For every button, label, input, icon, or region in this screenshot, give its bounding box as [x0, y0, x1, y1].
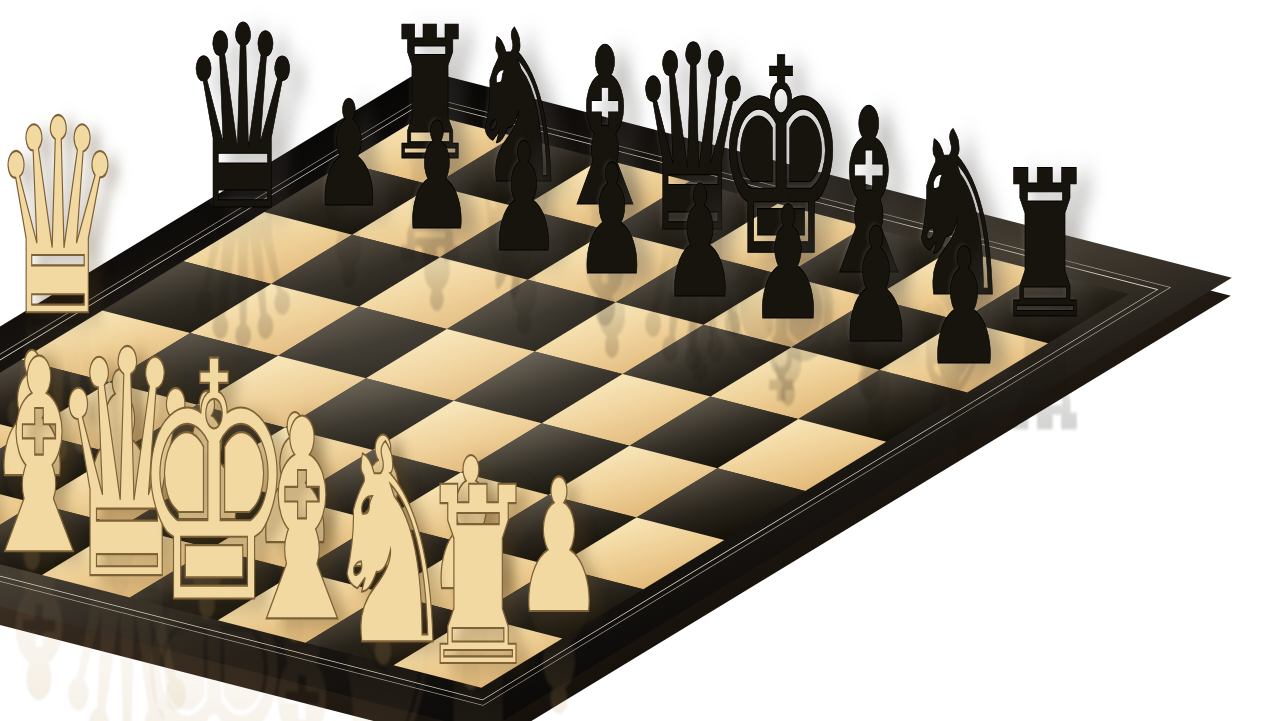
piece-glyph: ♜: [385, 2, 475, 185]
piece-glyph: ♝: [0, 324, 104, 592]
piece-glyph: ♜: [418, 455, 539, 701]
piece-glyph: ♟: [750, 186, 827, 343]
piece-glyph: ♞: [323, 409, 458, 684]
piece-reflection: ♚: [134, 500, 296, 721]
piece-glyph: ♜: [995, 144, 1095, 348]
piece-reflection: ♟: [837, 294, 915, 447]
piece-glyph: ♞: [466, 3, 569, 214]
piece-reflection: ♟: [662, 250, 738, 399]
piece-reflection: ♟: [252, 490, 339, 661]
piece-reflection: ♟: [313, 162, 385, 303]
piece-glyph: ♝: [552, 20, 659, 238]
piece-glyph: ♟: [924, 227, 1003, 388]
piece-reflection: ♞: [466, 118, 569, 321]
piece-reflection: ♟: [750, 272, 827, 423]
piece-glyph: ♚: [134, 320, 296, 650]
piece-reflection: ♞: [0, 451, 14, 700]
piece-glyph: ♟: [313, 81, 385, 227]
piece-glyph: ♚: [715, 23, 848, 293]
piece-glyph: ♟: [487, 123, 561, 274]
piece-reflection: ♟: [426, 534, 515, 709]
piece-reflection: ♛: [630, 152, 756, 399]
piece-glyph: ♟: [77, 351, 162, 525]
pieces-layer: ♜♜♞♞♝♝♛♛♚♚♝♝♞♞♜♜♟♟♟♟♟♟♟♟♟♟♟♟♟♟♟♟♟♟♟♟♟♟♟♟…: [0, 0, 1280, 721]
piece-reflection: ♟: [77, 446, 162, 613]
piece-glyph: ♞: [0, 309, 14, 568]
piece-reflection: ♛: [0, 231, 124, 491]
piece-reflection: ♞: [323, 559, 458, 721]
piece-glyph: ♟: [339, 413, 427, 593]
piece-reflection: ♞: [901, 227, 1012, 445]
piece-glyph: ♟: [662, 165, 738, 320]
piece-reflection: ♜: [995, 256, 1095, 452]
piece-reflection: ♜: [418, 589, 539, 721]
piece-reflection: ♛: [50, 482, 204, 721]
piece-glyph: ♝: [234, 384, 370, 662]
piece-glyph: ♛: [0, 83, 124, 353]
piece-glyph: ♟: [514, 455, 604, 639]
piece-glyph: ♛: [181, 0, 305, 246]
piece-glyph: ♟: [252, 392, 339, 570]
piece-reflection: ♟: [164, 468, 250, 637]
piece-reflection: ♟: [924, 316, 1003, 471]
piece-glyph: ♞: [901, 103, 1012, 330]
chess-set-photo: ♜♜♞♞♝♝♛♛♚♚♝♝♞♞♜♜♟♟♟♟♟♟♟♟♟♟♟♟♟♟♟♟♟♟♟♟♟♟♟♟…: [0, 0, 1280, 721]
piece-glyph: ♟: [164, 371, 250, 547]
piece-glyph: ♛: [630, 11, 756, 268]
piece-reflection: ♜: [385, 103, 475, 279]
piece-reflection: ♝: [552, 139, 659, 349]
piece-reflection: ♝: [813, 204, 925, 423]
piece-glyph: ♟: [837, 207, 915, 366]
piece-reflection: ♟: [514, 556, 604, 721]
piece-reflection: ♟: [0, 424, 74, 589]
piece-reflection: ♟: [400, 184, 473, 327]
piece-glyph: ♛: [50, 310, 204, 624]
piece-glyph: ♟: [575, 144, 650, 297]
piece-reflection: ♛: [181, 131, 305, 375]
piece-reflection: ♝: [0, 471, 104, 721]
piece-glyph: ♝: [813, 79, 925, 307]
piece-reflection: ♚: [715, 171, 848, 431]
piece-glyph: ♟: [400, 102, 473, 250]
piece-glyph: ♟: [0, 330, 74, 502]
piece-reflection: ♟: [575, 228, 650, 375]
piece-reflection: ♝: [234, 536, 370, 721]
piece-reflection: ♟: [487, 206, 561, 351]
piece-reflection: ♟: [339, 512, 427, 685]
piece-glyph: ♟: [426, 434, 515, 616]
